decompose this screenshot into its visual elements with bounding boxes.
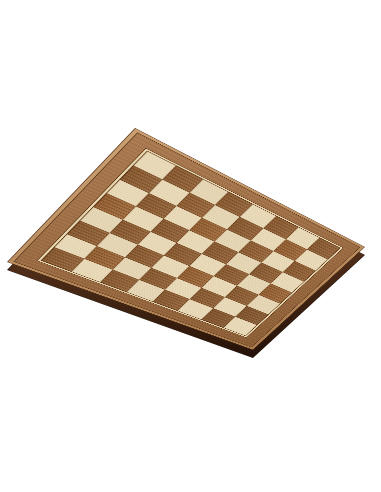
product-photo xyxy=(0,0,381,492)
playing-field xyxy=(42,151,340,335)
board-frame xyxy=(14,133,359,347)
maple-inlay-line xyxy=(38,149,343,338)
chessboard xyxy=(7,128,365,350)
